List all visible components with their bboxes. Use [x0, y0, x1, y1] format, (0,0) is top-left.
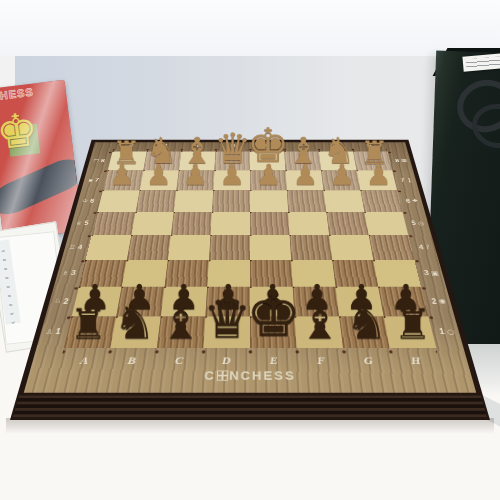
knight-icon: ♘ — [53, 298, 62, 305]
plus: ✚ — [412, 198, 419, 203]
board-face: ABCDEFGH □8▪7♔6♕5♖4♗3♘2♙1 ♜♞♝♛♚♝♞♜♟♟♟♟♟♟… — [24, 142, 477, 393]
wall-background — [0, 0, 500, 58]
piece-black-rook: ♜ — [393, 305, 430, 345]
piece-black-bishop: ♝ — [298, 300, 340, 345]
square-c6 — [174, 190, 213, 212]
rank-number-7: 7 — [400, 177, 405, 182]
rank-number-8: 8 — [395, 158, 400, 163]
rank-number-1: 1 — [438, 328, 445, 336]
square-f5 — [288, 212, 329, 235]
pawn-icon: ♙ — [45, 328, 54, 335]
file-label-bottom-b: B — [107, 354, 156, 367]
file-label-bottom-c: C — [155, 354, 204, 367]
king-icon: ♔ — [81, 198, 88, 203]
square-h6 — [360, 190, 402, 212]
double-circle: ◎ — [417, 220, 424, 225]
rank-number-5: 5 — [411, 220, 417, 226]
square-f4 — [290, 235, 333, 260]
piece-white-pawn: ♟ — [365, 161, 391, 188]
square-f1: ♝ — [295, 316, 344, 348]
square-e4 — [250, 235, 291, 260]
square-h5 — [364, 212, 408, 235]
piece-white-pawn: ♟ — [329, 161, 355, 188]
square-d4 — [209, 235, 250, 260]
piece-white-pawn: ♟ — [145, 161, 171, 188]
piece-black-queen: ♛ — [202, 293, 251, 345]
square-c5 — [171, 212, 212, 235]
rook-icon: ♖ — [68, 244, 76, 250]
checkered-o-icon — [217, 371, 229, 381]
chess-board-grid: ♜♞♝♛♚♝♞♜♟♟♟♟♟♟♟♟♟♟♟♟♟♟♟♟♜♞♝♛♚♝♞♜ — [64, 151, 436, 348]
square-h1: ♜ — [384, 316, 436, 348]
square-g5 — [326, 212, 368, 235]
square-a7: ♟ — [103, 170, 144, 190]
bishop-icon: ♗ — [61, 270, 69, 276]
square-d6 — [212, 190, 250, 212]
square-d5 — [210, 212, 250, 235]
grid-square: ▦ — [401, 158, 408, 162]
square-c1: ♝ — [157, 316, 206, 348]
bar: ❙ — [406, 178, 413, 183]
square-b5 — [131, 212, 173, 235]
checkered-square: ▣ — [430, 270, 439, 276]
rank-number-4: 4 — [418, 244, 424, 250]
piece-black-king: ♚ — [245, 286, 300, 345]
piece-black-knight: ♞ — [345, 300, 387, 345]
rank-number-6: 6 — [405, 198, 411, 204]
square-a4 — [86, 235, 132, 260]
square-b1: ♞ — [110, 316, 160, 348]
square-b4 — [127, 235, 171, 260]
module-box-label — [462, 53, 500, 71]
square-d7: ♟ — [213, 170, 250, 190]
question-mark: ? — [425, 244, 430, 250]
square-e6 — [250, 190, 288, 212]
file-label-bottom-f: F — [297, 354, 346, 367]
file-label-bottom-g: G — [344, 354, 393, 367]
file-label-bottom-d: D — [202, 354, 250, 367]
square-a5 — [92, 212, 136, 235]
file-labels-bottom: ABCDEFGH — [59, 354, 441, 367]
filled-circle: ◉ — [438, 298, 447, 305]
brand-text-pre: C — [204, 369, 216, 382]
square-a1: ♜ — [64, 316, 116, 348]
brand-text-post: NCHESS — [229, 369, 296, 382]
square-b6 — [136, 190, 177, 212]
open-circle: ○ — [446, 328, 455, 335]
square-g4 — [329, 235, 373, 260]
chess-board: ABCDEFGH □8▪7♔6♕5♖4♗3♘2♙1 ♜♞♝♛♚♝♞♜♟♟♟♟♟♟… — [10, 140, 490, 420]
square-f6 — [287, 190, 326, 212]
piece-white-pawn: ♟ — [292, 161, 318, 188]
piece-white-pawn: ♟ — [182, 161, 208, 188]
open-square: □ — [92, 158, 99, 162]
conchess-brand: CNCHESS — [27, 369, 474, 382]
photo-of-conchess-board: CHESS ♚ ABCDEFGH □8▪7♔6♕5♖4♗3♘2♙1 ♜♞♝♛♚♝… — [0, 0, 500, 500]
piece-black-bishop: ♝ — [159, 300, 201, 345]
rank-row-8: 8▦ — [391, 151, 412, 170]
rank-number-3: 3 — [423, 270, 429, 277]
square-h7: ♟ — [357, 170, 398, 190]
square-c7: ♟ — [176, 170, 214, 190]
file-label-bottom-a: A — [59, 354, 109, 367]
filled-square: ▪ — [88, 178, 94, 183]
piece-white-pawn: ♟ — [219, 161, 245, 188]
piece-white-pawn: ♟ — [255, 161, 281, 188]
square-e5 — [250, 212, 290, 235]
square-g1: ♞ — [339, 316, 389, 348]
piece-black-knight: ♞ — [113, 300, 155, 345]
square-e1: ♚ — [250, 316, 297, 348]
square-d1: ♛ — [203, 316, 250, 348]
square-f7: ♟ — [286, 170, 324, 190]
rank-number-2: 2 — [431, 297, 438, 305]
square-e7: ♟ — [250, 170, 287, 190]
square-h4 — [369, 235, 415, 260]
square-c4 — [168, 235, 211, 260]
rank-number-7: 7 — [94, 177, 99, 182]
piece-black-rook: ♜ — [69, 305, 106, 345]
piece-white-pawn: ♟ — [109, 161, 135, 188]
square-a6 — [98, 190, 140, 212]
square-b7: ♟ — [140, 170, 179, 190]
queen-icon: ♕ — [75, 220, 83, 225]
board-shadow — [6, 418, 494, 434]
file-label-bottom-e: E — [250, 354, 298, 367]
square-g6 — [324, 190, 365, 212]
file-label-bottom-h: H — [391, 354, 441, 367]
square-g7: ♟ — [321, 170, 360, 190]
